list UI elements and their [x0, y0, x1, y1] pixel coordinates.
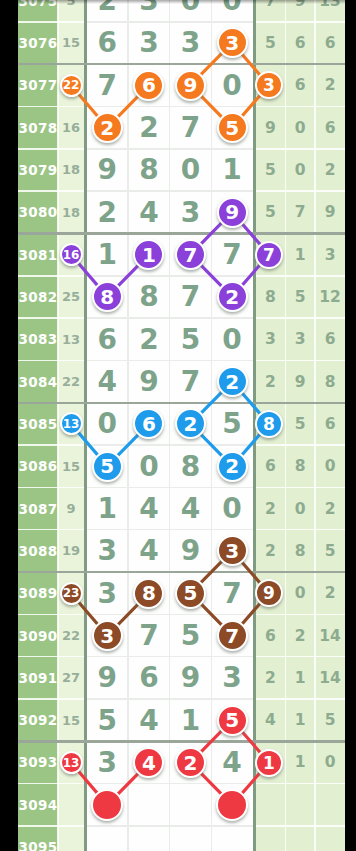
cell-period-3079: 3079 [18, 149, 58, 191]
trend-circle-3082-d3: 2 [217, 281, 248, 312]
cell-period-3077: 3077 [18, 64, 58, 106]
cell-digit-3092-d2: 1 [170, 699, 212, 741]
cell-digit-3077-d3: 0 [211, 64, 253, 106]
cell-digit-3083-d2: 5 [170, 318, 212, 360]
cell-sum-3092: 15 [58, 699, 84, 741]
cell-digit-3078-d2: 7 [170, 106, 212, 148]
cell-stat-3084-s1: 9 [285, 360, 315, 402]
trend-circle-3092-d3: 5 [217, 705, 248, 736]
cell-stat-3086-s2: 0 [315, 445, 345, 487]
trend-circle-3090-d3: 7 [217, 620, 248, 651]
cell-digit-3086-d1: 0 [128, 445, 170, 487]
cell-stat-3081-s1: 1 [285, 233, 315, 275]
trend-circle-3081-s0: 7 [255, 241, 283, 269]
cell-stat-3076-s1: 6 [285, 22, 315, 64]
cell-digit-3080-d2: 3 [170, 191, 212, 233]
cell-period-3081: 3081 [18, 233, 58, 275]
cell-digit-3093-d3: 4 [211, 741, 253, 783]
cell-digit-3088-d0: 3 [87, 530, 129, 572]
cell-sum-3080: 18 [58, 191, 84, 233]
cell-digit-3091-d3: 3 [211, 657, 253, 699]
cell-digit-3080-d0: 2 [87, 191, 129, 233]
cell-digit-3090-d2: 5 [170, 614, 212, 656]
trend-circle-3077-sum: 22 [60, 74, 83, 97]
cell-stat-3080-s0: 5 [256, 191, 286, 233]
cell-stat-3090-s0: 6 [256, 614, 286, 656]
trend-circle-3082-d0: 8 [92, 281, 123, 312]
cell-digit-3084-d0: 4 [87, 360, 129, 402]
trend-circle-3081-sum: 16 [60, 243, 83, 266]
trend-circle-3081-d2: 7 [175, 239, 206, 270]
cell-stat-3089-s1: 0 [285, 572, 315, 614]
trend-circle-3077-d1: 6 [133, 70, 164, 101]
cell-period-3094: 3094 [18, 784, 58, 826]
cell-digit-3093-d0: 3 [87, 741, 129, 783]
cell-sum-3087: 9 [58, 487, 84, 529]
cell-digit-3090-d1: 7 [128, 614, 170, 656]
cell-stat-3076-s0: 5 [256, 22, 286, 64]
cell-stat-3091-s1: 1 [285, 657, 315, 699]
cell-stat-3088-s1: 8 [285, 530, 315, 572]
cell-digit-3091-d2: 9 [170, 657, 212, 699]
cell-period-3092: 3092 [18, 699, 58, 741]
cell-stat-3082-s0: 8 [256, 276, 286, 318]
cell-digit-3076-d0: 6 [87, 22, 129, 64]
cell-stat-3085-s1: 5 [285, 403, 315, 445]
cell-digit-3084-d2: 7 [170, 360, 212, 402]
cell-stat-3083-s2: 6 [315, 318, 345, 360]
cell-sum-3091: 27 [58, 657, 84, 699]
cell-stat-3082-s2: 12 [315, 276, 345, 318]
cell-digit-3080-d1: 4 [128, 191, 170, 233]
cell-stat-3076-s2: 6 [315, 22, 345, 64]
cell-digit-3082-d1: 8 [128, 276, 170, 318]
cell-period-3080: 3080 [18, 191, 58, 233]
trend-circle-3086-d0: 5 [92, 451, 123, 482]
cell-digit-3078-d1: 2 [128, 106, 170, 148]
cell-sum-3090: 22 [58, 614, 84, 656]
cell-digit-3087-d1: 4 [128, 487, 170, 529]
cell-sum-3082: 25 [58, 276, 84, 318]
trend-circle-3093-sum: 13 [60, 751, 83, 774]
cell-stat-3088-s2: 5 [315, 530, 345, 572]
trend-circle-3089-sum: 23 [60, 582, 83, 605]
trend-circle-3093-s0: 1 [255, 749, 283, 777]
cell-period-3076: 3076 [18, 22, 58, 64]
cell-digit-3081-d0: 1 [87, 233, 129, 275]
lottery-trend-chart[interactable]: 3075523007913307615633566307770623078162… [0, 0, 356, 851]
cell-digit-3092-d0: 5 [87, 699, 129, 741]
cell-period-3093: 3093 [18, 741, 58, 783]
cell-sum-3086: 15 [58, 445, 84, 487]
cell-stat-3085-s2: 6 [315, 403, 345, 445]
trend-circle-3080-d3: 9 [217, 197, 248, 228]
cell-stat-3089-s2: 2 [315, 572, 345, 614]
cell-period-3087: 3087 [18, 487, 58, 529]
trend-circle-3084-d3: 2 [217, 366, 248, 397]
cell-stat-3084-s2: 8 [315, 360, 345, 402]
cell-period-3090: 3090 [18, 614, 58, 656]
trend-circle-3088-d3: 3 [217, 535, 248, 566]
trend-circle-3094-d0 [91, 789, 123, 821]
cell-digit-3079-d0: 9 [87, 149, 129, 191]
trend-circle-3078-d3: 5 [217, 112, 248, 143]
cell-stat-3081-s2: 3 [315, 233, 345, 275]
cell-sum-3079: 18 [58, 149, 84, 191]
cell-stat-3086-s0: 6 [256, 445, 286, 487]
cell-period-3078: 3078 [18, 106, 58, 148]
cell-digit-3081-d3: 7 [211, 233, 253, 275]
cell-stat-3088-s0: 2 [256, 530, 286, 572]
cell-stat-3079-s2: 2 [315, 149, 345, 191]
trend-circle-3085-sum: 13 [60, 412, 83, 435]
cell-digit-3085-d3: 5 [211, 403, 253, 445]
trend-circle-3077-d2: 9 [175, 70, 206, 101]
cell-stat-3087-s1: 0 [285, 487, 315, 529]
cell-stat-3092-s0: 4 [256, 699, 286, 741]
cell-digit-3079-d1: 8 [128, 149, 170, 191]
cell-digit-3088-d2: 9 [170, 530, 212, 572]
cell-stat-3083-s1: 3 [285, 318, 315, 360]
cell-digit-3091-d0: 9 [87, 657, 129, 699]
cell-digit-3083-d3: 0 [211, 318, 253, 360]
trend-circle-3076-d3: 3 [217, 27, 248, 58]
cell-digit-3083-d1: 2 [128, 318, 170, 360]
trend-circle-3089-d2: 5 [175, 578, 206, 609]
cell-digit-3089-d3: 7 [211, 572, 253, 614]
cell-stat-3093-s2: 0 [315, 741, 345, 783]
cell-period-3083: 3083 [18, 318, 58, 360]
cell-stat-3084-s0: 2 [256, 360, 286, 402]
trend-circle-3086-d3: 2 [217, 451, 248, 482]
cell-stat-3092-s2: 5 [315, 699, 345, 741]
trend-circle-3090-d0: 3 [92, 620, 123, 651]
cell-sum-3084: 22 [58, 360, 84, 402]
cell-digit-3079-d3: 1 [211, 149, 253, 191]
cell-period-3086: 3086 [18, 445, 58, 487]
cell-period-3084: 3084 [18, 360, 58, 402]
cell-sum-3078: 16 [58, 106, 84, 148]
right-letterbox [345, 0, 356, 851]
left-letterbox [0, 0, 18, 851]
cell-digit-3087-d0: 1 [87, 487, 129, 529]
trend-circle-3089-d1: 8 [133, 578, 164, 609]
cell-digit-3087-d3: 0 [211, 487, 253, 529]
cell-digit-3076-d2: 3 [170, 22, 212, 64]
cell-period-3088: 3088 [18, 530, 58, 572]
cell-sum-3083: 13 [58, 318, 84, 360]
cell-stat-3092-s1: 1 [285, 699, 315, 741]
cell-stat-3077-s2: 2 [315, 64, 345, 106]
cell-digit-3084-d1: 9 [128, 360, 170, 402]
cell-digit-3077-d0: 7 [87, 64, 129, 106]
cell-digit-3082-d2: 7 [170, 276, 212, 318]
cell-stat-3078-s0: 9 [256, 106, 286, 148]
row-separator [253, 825, 345, 827]
cell-stat-3091-s0: 2 [256, 657, 286, 699]
cell-stat-3077-s1: 6 [285, 64, 315, 106]
cell-stat-3078-s2: 6 [315, 106, 345, 148]
cell-period-3095: 3095 [18, 826, 58, 851]
trend-circle-3085-s0: 8 [255, 410, 283, 438]
cell-digit-3083-d0: 6 [87, 318, 129, 360]
cell-digit-3079-d2: 0 [170, 149, 212, 191]
cell-stat-3082-s1: 5 [285, 276, 315, 318]
cell-stat-3087-s0: 2 [256, 487, 286, 529]
cell-sum-3076: 15 [58, 22, 84, 64]
cell-digit-3087-d2: 4 [170, 487, 212, 529]
trend-circle-3077-s0: 3 [255, 71, 283, 99]
cell-stat-3083-s0: 3 [256, 318, 286, 360]
cell-stat-3079-s1: 0 [285, 149, 315, 191]
trend-circle-3078-d0: 2 [92, 112, 123, 143]
cell-stat-3090-s2: 14 [315, 614, 345, 656]
cell-stat-3078-s1: 0 [285, 106, 315, 148]
row-separator [84, 825, 253, 827]
cell-stat-3087-s2: 2 [315, 487, 345, 529]
trend-circle-3094-d3 [216, 789, 248, 821]
cell-stat-3080-s1: 7 [285, 191, 315, 233]
cell-period-3085: 3085 [18, 403, 58, 445]
cell-digit-3076-d1: 3 [128, 22, 170, 64]
cell-period-3082: 3082 [18, 276, 58, 318]
cell-stat-3079-s0: 5 [256, 149, 286, 191]
cell-stat-3091-s2: 14 [315, 657, 345, 699]
cell-digit-3089-d0: 3 [87, 572, 129, 614]
cell-stat-3093-s1: 1 [285, 741, 315, 783]
top-shade [0, 0, 356, 4]
cell-digit-3086-d2: 8 [170, 445, 212, 487]
cell-digit-3088-d1: 4 [128, 530, 170, 572]
cell-stat-3086-s1: 8 [285, 445, 315, 487]
cell-digit-3085-d0: 0 [87, 403, 129, 445]
cell-digit-3092-d1: 4 [128, 699, 170, 741]
cell-digit-3091-d1: 6 [128, 657, 170, 699]
cell-stat-3090-s1: 2 [285, 614, 315, 656]
cell-sum-3088: 19 [58, 530, 84, 572]
trend-circle-3093-d2: 2 [175, 747, 206, 778]
cell-period-3089: 3089 [18, 572, 58, 614]
trend-circle-3089-s0: 9 [255, 579, 283, 607]
cell-stat-3080-s2: 9 [315, 191, 345, 233]
cell-period-3091: 3091 [18, 657, 58, 699]
